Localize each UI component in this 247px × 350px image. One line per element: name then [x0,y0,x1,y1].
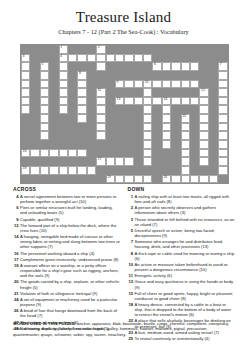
grid-cell-block [181,88,190,97]
grid-cell-open [40,166,49,175]
grid-cell-open [218,114,227,123]
grid-cell-block [218,45,227,54]
cell-number: 16 [23,150,27,154]
grid-cell-block [59,157,68,166]
grid-cell-open [143,88,152,97]
grid-cell-block [134,149,143,158]
clue-text: An action or measure taken beforehand to… [135,262,236,272]
grid-cell-block [143,62,152,71]
clue-item: 19A warrant officer on a warship, or a p… [13,263,121,278]
grid-cell-block [96,166,105,175]
grid-cell-open [21,62,30,71]
grid-cell-block [209,131,218,140]
grid-cell-open [218,71,227,80]
grid-cell-block [162,88,171,97]
grid-cell-open [30,166,39,175]
grid-cell-block [59,175,68,184]
clue-text: A secret agreement between two or more p… [20,194,121,204]
grid-cell-block [134,105,143,114]
clue-lists: ACROSS 4A secret agreement between two o… [13,186,235,342]
grid-cell-block [162,45,171,54]
grid-cell-block [106,45,115,54]
grid-cell-block [68,97,77,106]
grid-cell-block [181,45,190,54]
grid-cell-open [21,88,30,97]
grid-cell-open [181,80,190,89]
grid-cell-block [30,157,39,166]
clue-text: The personnel working aboard a ship (4) [20,251,121,256]
grid-cell-block [30,105,39,114]
grid-cell-open: 13 [115,97,124,106]
grid-cell-block [162,54,171,63]
grid-cell-block [124,149,133,158]
grid-cell-block [106,131,115,140]
grid-cell-block [68,175,77,184]
clue-item: 2A person who secretly observes and gath… [128,205,236,215]
grid-cell-open [143,131,152,140]
cell-number: 17 [98,158,102,162]
grid-cell-block [49,140,58,149]
page-subtitle: Chapters 7 - 12 (Part 2 The Sea-Cook) : … [0,28,247,35]
grid-cell-open [59,166,68,175]
grid-cell-block [49,114,58,123]
down-column: DOWN 1A sailing ship with at least two m… [128,186,236,342]
clue-number: 7 [128,239,135,249]
grid-cell-open [59,105,68,114]
grid-cell-open [59,149,68,158]
grid-cell-block [209,105,218,114]
grid-cell-block [30,54,39,63]
cell-number: 5 [41,63,43,67]
grid-cell-block [21,123,30,132]
grid-cell-open [124,97,133,106]
grid-cell-block [68,80,77,89]
grid-cell-open [171,175,180,184]
grid-cell-block [49,80,58,89]
grid-cell-open [40,88,49,97]
grid-cell-open: 2 [96,45,105,54]
page-title: Treasure Island [0,0,247,26]
grid-cell-block [115,62,124,71]
grid-cell-open [218,140,227,149]
grid-cell-open [218,80,227,89]
grid-cell-block [124,62,133,71]
grid-cell-open: 3 [21,54,30,63]
clue-item: 9Capable, qualified (9) [13,217,121,222]
grid-cell-block [115,149,124,158]
clue-number: 6 [13,205,20,215]
grid-cell-block [59,131,68,140]
grid-cell-block [152,131,161,140]
grid-cell-open: 9 [115,80,124,89]
grid-cell-block [96,80,105,89]
grid-cell-block [152,114,161,123]
grid-cell-block [124,45,133,54]
grid-cell-block [209,71,218,80]
grid-cell-block [171,105,180,114]
grid-cell-open [21,71,30,80]
grid-cell-open [124,175,133,184]
grid-cell-block [30,62,39,71]
grid-cell-open [218,105,227,114]
clue-item: 16The personnel working aboard a ship (4… [13,251,121,256]
grid-cell-open [40,105,49,114]
cell-number: 7 [220,63,222,67]
grid-cell-open [218,166,227,175]
grid-cell-open: 4 [59,54,68,63]
grid-cell-block [49,88,58,97]
clue-text: Full of cheer or good spirits; happy, br… [135,291,236,301]
grid-cell-block [124,123,133,132]
grid-cell-block [106,105,115,114]
grid-cell-open [49,166,58,175]
grid-cell-block [143,45,152,54]
clue-item: 21Violation of faith or allegiance; betr… [13,291,121,296]
grid-cell-open [77,149,86,158]
grid-cell-open [106,54,115,63]
grid-cell-open [77,88,86,97]
grid-cell-block [68,88,77,97]
grid-cell-block [87,114,96,123]
grid-cell-open: 20 [162,175,171,184]
clue-item: 13Grace and easy quickness in using the … [128,279,236,289]
grid-cell-open [143,97,152,106]
grid-cell-open [199,123,208,132]
grid-cell-block [96,71,105,80]
grid-cell-block [30,88,39,97]
grid-cell-open [134,80,143,89]
cell-number: 10 [145,81,149,85]
grid-cell-open: 14 [162,97,171,106]
grid-cell-block [77,123,86,132]
grid-cell-open [162,123,171,132]
clue-text: Capable, qualified (9) [20,217,121,222]
clue-number: 10 [128,262,135,272]
grid-cell-block [171,131,180,140]
grid-cell-open [218,88,227,97]
clue-item: 8A thick rope or cable used for mooring … [128,251,236,261]
grid-cell-open [181,131,190,140]
grid-cell-block [199,45,208,54]
grid-cell-open [181,157,190,166]
grid-cell-block [106,80,115,89]
grid-cell-open: 10 [143,80,152,89]
crossword-grid-wrap: 1234567891011121314151617181920 [20,44,229,184]
grid-cell-block [181,105,190,114]
grid-cell-block [49,71,58,80]
grid-cell-open [218,123,227,132]
clue-text: A warrant officer on a warship, or a pet… [20,263,121,278]
clue-item: 3Those stranded or left behind with no r… [128,217,236,227]
grid-cell-block [87,80,96,89]
grid-cell-open [21,80,30,89]
clue-number: 20 [13,279,20,289]
grid-cell-block [209,114,218,123]
grid-cell-block [68,71,77,80]
grid-cell-block [134,88,143,97]
grid-cell-open [143,54,152,63]
grid-cell-block [106,97,115,106]
grid-cell-open [199,140,208,149]
grid-cell-block [59,123,68,132]
grid-cell-block [152,71,161,80]
grid-cell-block [106,88,115,97]
grid-cell-block [199,54,208,63]
grid-cell-block [209,166,218,175]
grid-cell-block [106,71,115,80]
grid-cell-block [115,45,124,54]
clue-text: The forward part of a ship below the dec… [20,223,121,233]
grid-cell-block [171,149,180,158]
grid-cell-block [68,105,77,114]
grid-cell-block [124,105,133,114]
clue-item: 12The forward part of a ship below the d… [13,223,121,233]
grid-cell-open [134,175,143,184]
grid-cell-block [134,166,143,175]
clue-number: 13 [128,279,135,289]
cell-number: 11 [98,89,102,93]
grid-cell-block [77,175,86,184]
grid-cell-open: 1 [59,45,68,54]
grid-cell-block [209,123,218,132]
grid-cell-open [40,114,49,123]
clue-item: 1A sailing ship with at least two masts,… [128,194,236,204]
grid-cell-block [106,140,115,149]
grid-cell-open: 15 [181,114,190,123]
grid-cell-open [96,114,105,123]
clue-text: A heavy device, connected by a cable to … [135,302,236,317]
grid-cell-block [209,97,218,106]
grid-cell-block [87,123,96,132]
clue-text: Violation of faith or allegiance; betray… [20,291,121,296]
clue-number: 4 [13,194,20,204]
grid-cell-block [124,140,133,149]
grid-cell-block [190,114,199,123]
grid-cell-block [30,114,39,123]
grid-cell-block [124,131,133,140]
grid-cell-block [152,105,161,114]
grid-cell-open [199,114,208,123]
grid-cell-open [190,80,199,89]
grid-cell-block [96,175,105,184]
grid-cell-open [199,175,208,184]
grid-cell-block [171,114,180,123]
grid-cell-block [209,88,218,97]
grid-cell-block [68,45,77,54]
grid-cell-block [190,166,199,175]
clue-text: Energetic activity (6) [135,273,236,278]
grid-cell-block [77,131,86,140]
grid-cell-open [96,131,105,140]
grid-cell-block [152,149,161,158]
grid-cell-block [21,140,30,149]
grid-cell-block [134,62,143,71]
clue-item: 5Deceitful speech or action; being two-f… [128,228,236,238]
grid-cell-block [68,140,77,149]
grid-cell-open [115,175,124,184]
grid-cell-block [87,140,96,149]
grid-cell-block [106,149,115,158]
clue-item: 18A heavy device, connected by a cable t… [128,302,236,317]
grid-cell-block [77,45,86,54]
grid-cell-block [199,80,208,89]
clue-item: 26A braid of hair that hangs downward fr… [13,308,121,318]
grid-cell-block [134,157,143,166]
grid-cell-open [199,131,208,140]
grid-cell-open [68,54,77,63]
clue-number: 5 [128,228,135,238]
clue-number: 2 [128,205,135,215]
grid-cell-block [21,45,30,54]
grid-cell-block [190,123,199,132]
grid-cell-open [143,123,152,132]
clue-number: 18 [128,302,135,317]
grid-cell-block [162,166,171,175]
grid-cell-block [152,157,161,166]
grid-cell-open [59,88,68,97]
grid-cell-block [190,88,199,97]
grid-cell-block [49,175,58,184]
clue-number: 8 [128,251,135,261]
grid-cell-block [171,166,180,175]
grid-cell-block [59,140,68,149]
grid-cell-open [162,105,171,114]
clue-text: Someone who arranges for and distributes… [135,239,236,249]
grid-cell-open [40,97,49,106]
grid-cell-block [106,114,115,123]
cell-number: 19 [107,176,111,180]
grid-cell-open [21,97,30,106]
grid-cell-block [68,62,77,71]
grid-cell-open [21,105,30,114]
word-list-label: WORDS USED IN THIS PUZZLE: [13,321,76,326]
grid-cell-open [209,175,218,184]
grid-cell-block [49,45,58,54]
grid-cell-block [171,54,180,63]
grid-cell-block [190,131,199,140]
clue-number: 26 [13,308,20,318]
grid-cell-open [171,80,180,89]
grid-cell-open: 11 [96,88,105,97]
grid-cell-block [190,105,199,114]
grid-cell-block [152,140,161,149]
grid-cell-block [87,131,96,140]
across-column: ACROSS 4A secret agreement between two o… [13,186,121,342]
clue-text: A hanging, swingable bed made of canvas … [20,234,121,249]
grid-cell-block [209,45,218,54]
grid-cell-open [181,140,190,149]
grid-cell-block [134,140,143,149]
grid-cell-open [77,80,86,89]
grid-cell-open: 12 [199,88,208,97]
clue-text: A thick rope or cable used for mooring o… [135,251,236,261]
clue-item: 11Energetic activity (6) [128,273,236,278]
grid-cell-block [30,97,39,106]
grid-cell-open [68,166,77,175]
grid-cell-open [162,62,171,71]
cell-number: 1 [60,46,62,50]
cell-number: 18 [23,167,27,171]
word-list: WORDS USED IN THIS PUZZLE: anchor, appar… [13,321,235,337]
grid-cell-open: 17 [96,157,105,166]
cell-number: 6 [154,63,156,67]
grid-cell-open [49,149,58,158]
grid-cell-open [199,97,208,106]
clue-number: 17 [13,257,20,262]
clue-text: Deceitful speech or action; being two-fa… [135,228,236,238]
cell-number: 13 [117,98,121,102]
grid-cell-block [87,71,96,80]
clue-text: The goods carried by a ship, airplane, o… [20,279,121,289]
clue-item: 24A set of equipment or machinery used f… [13,297,121,307]
clue-number: 1 [128,194,135,204]
clue-number: 12 [13,223,20,233]
clue-number: 24 [13,297,20,307]
grid-cell-block [190,140,199,149]
grid-cell-block [162,149,171,158]
grid-cell-block [199,166,208,175]
grid-cell-open [162,80,171,89]
clue-number: 11 [128,273,135,278]
grid-cell-open [124,54,133,63]
cell-number: 4 [60,55,62,59]
clue-text: A sailing ship with at least two masts, … [135,194,236,204]
grid-cell-block [68,114,77,123]
grid-cell-block [68,131,77,140]
grid-cell-block [209,62,218,71]
worksheet-page: Treasure Island Chapters 7 - 12 (Part 2 … [0,0,247,350]
grid-cell-block [87,97,96,106]
grid-cell-block [134,114,143,123]
grid-cell-open [218,97,227,106]
cell-number: 2 [98,46,100,50]
clue-number: 21 [13,291,20,296]
grid-cell-open [77,54,86,63]
grid-cell-block [152,166,161,175]
grid-cell-block [115,88,124,97]
clue-item: 14A hanging, swingable bed made of canva… [13,234,121,249]
grid-cell-block [134,131,143,140]
grid-cell-block [87,175,96,184]
grid-cell-open: 18 [21,166,30,175]
grid-cell-open: 16 [21,149,30,158]
grid-cell-block [190,45,199,54]
grid-cell-open [115,157,124,166]
grid-cell-block [162,157,171,166]
cell-number: 3 [23,55,25,59]
grid-cell-block [124,88,133,97]
grid-cell-block [30,131,39,140]
grid-cell-block [218,175,227,184]
grid-cell-block [152,175,161,184]
grid-cell-block [68,157,77,166]
grid-cell-block [181,54,190,63]
clue-item: 17Compliments given insincerely; undeser… [13,257,121,262]
clue-text: A set of equipment or machinery used for… [20,297,121,307]
grid-cell-block [115,131,124,140]
grid-cell-block [134,45,143,54]
grid-cell-block [162,71,171,80]
grid-cell-block [171,88,180,97]
grid-cell-block [181,71,190,80]
grid-cell-open [190,62,199,71]
clue-text: A braid of hair that hangs downward from… [20,308,121,318]
grid-cell-open [77,97,86,106]
grid-cell-open [96,54,105,63]
grid-cell-block [77,62,86,71]
clue-text: Piers or similar structures built for la… [20,205,121,215]
grid-cell-open: 5 [40,62,49,71]
